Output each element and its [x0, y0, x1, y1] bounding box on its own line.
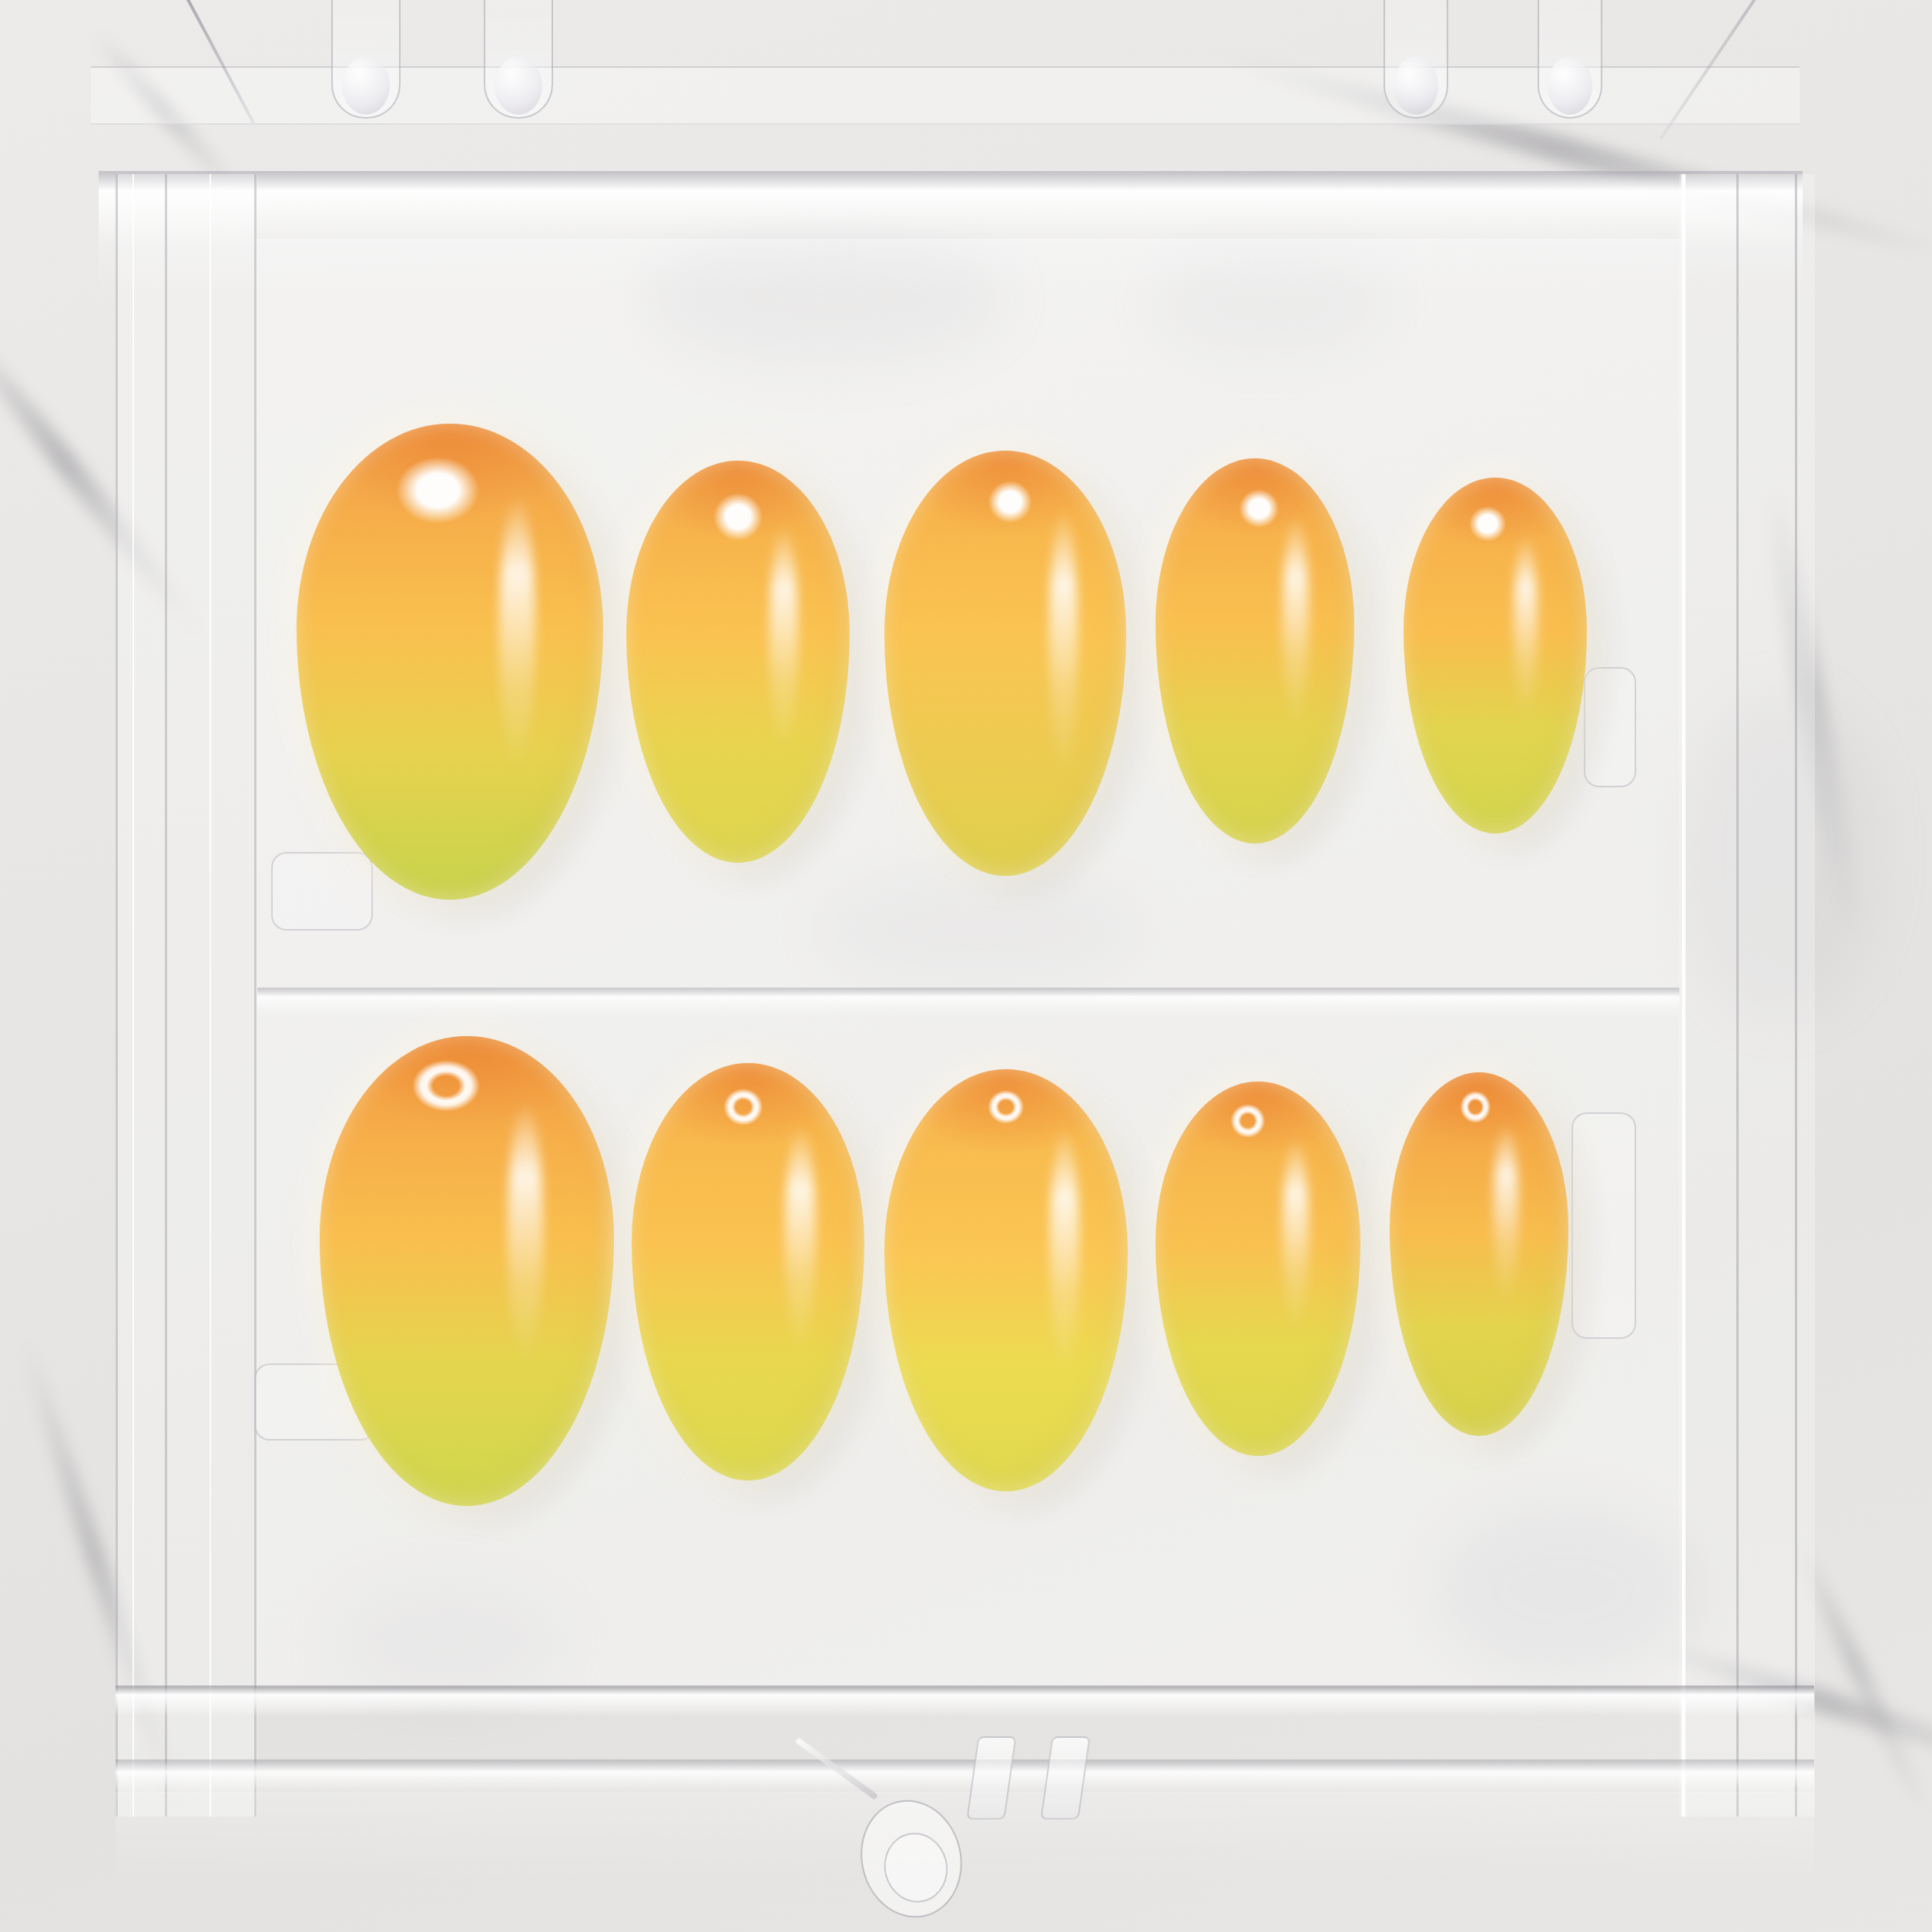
- nail-sheen-streak: [499, 495, 536, 771]
- photo-scene: [0, 0, 1932, 1932]
- press-on-nail: [1156, 458, 1354, 844]
- nail-sheen-streak: [785, 1125, 815, 1351]
- press-on-nail: [1156, 1082, 1360, 1456]
- press-on-nail: [297, 424, 603, 900]
- nail-set: [0, 0, 1932, 1932]
- nail-gloss-highlight: [1470, 506, 1507, 542]
- nail-gloss-highlight: [396, 457, 478, 524]
- nail-gloss-highlight: [1461, 1091, 1491, 1123]
- nail-sheen-streak: [1049, 510, 1078, 773]
- press-on-nail: [884, 451, 1126, 876]
- nail-sheen-streak: [508, 1102, 543, 1365]
- nail-sheen-streak: [1050, 1129, 1079, 1374]
- nail-sheen-streak: [1283, 516, 1309, 728]
- nail-sheen-streak: [1283, 1138, 1310, 1333]
- nail-gloss-highlight: [1239, 489, 1279, 528]
- nail-gloss-highlight: [412, 1060, 480, 1112]
- nail-gloss-highlight: [713, 493, 763, 542]
- press-on-nail: [1404, 478, 1587, 834]
- press-on-nail: [320, 1036, 614, 1506]
- nail-gloss-highlight: [988, 481, 1032, 523]
- press-on-nail: [884, 1069, 1128, 1491]
- nail-sheen-streak: [1494, 1123, 1518, 1305]
- nail-sheen-streak: [770, 525, 799, 750]
- press-on-nail: [1390, 1072, 1568, 1436]
- press-on-nail: [632, 1063, 864, 1481]
- nail-gloss-highlight: [988, 1090, 1024, 1124]
- press-on-nail: [626, 461, 850, 863]
- nail-gloss-highlight: [723, 1088, 763, 1126]
- nail-sheen-streak: [1514, 535, 1538, 719]
- nail-gloss-highlight: [1230, 1104, 1265, 1138]
